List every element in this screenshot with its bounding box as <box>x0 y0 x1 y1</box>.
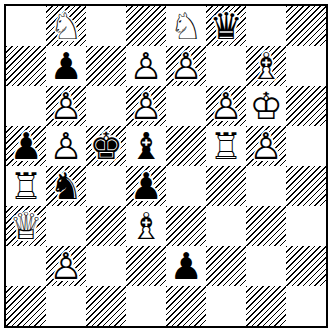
chess-diagram: ♞♘♞♘♛♛♟♟♟♙♟♙♝♗♟♙♟♙♟♙♚♔♟♟♟♙♚♚♝♝♜♖♟♙♜♖♞♞♟♟… <box>0 0 332 332</box>
square-d2[interactable] <box>126 246 166 286</box>
white-pawn-piece[interactable]: ♟♙ <box>46 86 86 126</box>
square-h4[interactable] <box>286 166 326 206</box>
black-bishop-glyph: ♝ <box>126 126 166 166</box>
white-pawn-piece[interactable]: ♟♙ <box>166 46 206 86</box>
white-pawn-glyph: ♙ <box>46 246 86 286</box>
white-pawn-piece[interactable]: ♟♙ <box>206 86 246 126</box>
square-a1[interactable] <box>6 286 46 326</box>
white-king-piece[interactable]: ♚♔ <box>246 86 286 126</box>
white-pawn-glyph: ♙ <box>206 86 246 126</box>
black-pawn-piece[interactable]: ♟♟ <box>6 126 46 166</box>
black-pawn-glyph: ♟ <box>46 46 86 86</box>
square-f4[interactable] <box>206 166 246 206</box>
white-pawn-piece[interactable]: ♟♙ <box>46 246 86 286</box>
square-c8[interactable] <box>86 6 126 46</box>
square-g3[interactable] <box>246 206 286 246</box>
white-rook-glyph: ♖ <box>206 126 246 166</box>
square-a5[interactable]: ♟♟ <box>6 126 46 166</box>
white-rook-piece[interactable]: ♜♖ <box>6 166 46 206</box>
square-g5[interactable]: ♟♙ <box>246 126 286 166</box>
white-rook-piece[interactable]: ♜♖ <box>206 126 246 166</box>
square-c2[interactable] <box>86 246 126 286</box>
square-a2[interactable] <box>6 246 46 286</box>
white-bishop-glyph: ♗ <box>126 206 166 246</box>
square-f8[interactable]: ♛♛ <box>206 6 246 46</box>
black-king-glyph: ♚ <box>86 126 126 166</box>
square-c4[interactable] <box>86 166 126 206</box>
square-a8[interactable] <box>6 6 46 46</box>
square-e2[interactable]: ♟♟ <box>166 246 206 286</box>
square-h2[interactable] <box>286 246 326 286</box>
square-c3[interactable] <box>86 206 126 246</box>
black-pawn-piece[interactable]: ♟♟ <box>46 46 86 86</box>
square-b5[interactable]: ♟♙ <box>46 126 86 166</box>
black-pawn-glyph: ♟ <box>6 126 46 166</box>
white-queen-piece[interactable]: ♛♕ <box>6 206 46 246</box>
square-f5[interactable]: ♜♖ <box>206 126 246 166</box>
square-f3[interactable] <box>206 206 246 246</box>
chess-board: ♞♘♞♘♛♛♟♟♟♙♟♙♝♗♟♙♟♙♟♙♚♔♟♟♟♙♚♚♝♝♜♖♟♙♜♖♞♞♟♟… <box>6 6 326 326</box>
black-knight-piece[interactable]: ♞♞ <box>46 166 86 206</box>
black-queen-piece[interactable]: ♛♛ <box>206 6 246 46</box>
square-a4[interactable]: ♜♖ <box>6 166 46 206</box>
square-b4[interactable]: ♞♞ <box>46 166 86 206</box>
white-knight-glyph: ♘ <box>166 6 206 46</box>
square-b3[interactable] <box>46 206 86 246</box>
white-queen-glyph: ♕ <box>6 206 46 246</box>
square-e7[interactable]: ♟♙ <box>166 46 206 86</box>
white-pawn-glyph: ♙ <box>126 86 166 126</box>
white-pawn-glyph: ♙ <box>166 46 206 86</box>
square-g6[interactable]: ♚♔ <box>246 86 286 126</box>
white-bishop-piece[interactable]: ♝♗ <box>246 46 286 86</box>
square-d4[interactable]: ♟♟ <box>126 166 166 206</box>
square-f6[interactable]: ♟♙ <box>206 86 246 126</box>
square-g2[interactable] <box>246 246 286 286</box>
square-e4[interactable] <box>166 166 206 206</box>
square-a3[interactable]: ♛♕ <box>6 206 46 246</box>
white-knight-piece[interactable]: ♞♘ <box>166 6 206 46</box>
black-bishop-piece[interactable]: ♝♝ <box>126 126 166 166</box>
white-pawn-piece[interactable]: ♟♙ <box>126 46 166 86</box>
square-b1[interactable] <box>46 286 86 326</box>
square-h7[interactable] <box>286 46 326 86</box>
white-pawn-piece[interactable]: ♟♙ <box>246 126 286 166</box>
square-e6[interactable] <box>166 86 206 126</box>
white-pawn-piece[interactable]: ♟♙ <box>46 126 86 166</box>
square-c6[interactable] <box>86 86 126 126</box>
square-e1[interactable] <box>166 286 206 326</box>
square-b7[interactable]: ♟♟ <box>46 46 86 86</box>
square-c1[interactable] <box>86 286 126 326</box>
square-f2[interactable] <box>206 246 246 286</box>
square-g4[interactable] <box>246 166 286 206</box>
square-d1[interactable] <box>126 286 166 326</box>
square-b6[interactable]: ♟♙ <box>46 86 86 126</box>
square-b8[interactable]: ♞♘ <box>46 6 86 46</box>
square-h8[interactable] <box>286 6 326 46</box>
square-d8[interactable] <box>126 6 166 46</box>
white-pawn-glyph: ♙ <box>46 86 86 126</box>
black-pawn-piece[interactable]: ♟♟ <box>126 166 166 206</box>
square-g7[interactable]: ♝♗ <box>246 46 286 86</box>
white-bishop-piece[interactable]: ♝♗ <box>126 206 166 246</box>
square-h3[interactable] <box>286 206 326 246</box>
black-pawn-glyph: ♟ <box>166 246 206 286</box>
square-a6[interactable] <box>6 86 46 126</box>
white-pawn-glyph: ♙ <box>246 126 286 166</box>
square-e5[interactable] <box>166 126 206 166</box>
square-h1[interactable] <box>286 286 326 326</box>
square-c5[interactable]: ♚♚ <box>86 126 126 166</box>
white-king-glyph: ♔ <box>246 86 286 126</box>
square-e8[interactable]: ♞♘ <box>166 6 206 46</box>
square-a7[interactable] <box>6 46 46 86</box>
square-f1[interactable] <box>206 286 246 326</box>
square-e3[interactable] <box>166 206 206 246</box>
square-g8[interactable] <box>246 6 286 46</box>
square-g1[interactable] <box>246 286 286 326</box>
square-d5[interactable]: ♝♝ <box>126 126 166 166</box>
white-pawn-glyph: ♙ <box>46 126 86 166</box>
square-d6[interactable]: ♟♙ <box>126 86 166 126</box>
white-rook-glyph: ♖ <box>6 166 46 206</box>
square-d7[interactable]: ♟♙ <box>126 46 166 86</box>
black-knight-glyph: ♞ <box>46 166 86 206</box>
square-h6[interactable] <box>286 86 326 126</box>
board-frame: ♞♘♞♘♛♛♟♟♟♙♟♙♝♗♟♙♟♙♟♙♚♔♟♟♟♙♚♚♝♝♜♖♟♙♜♖♞♞♟♟… <box>4 4 328 328</box>
white-pawn-glyph: ♙ <box>126 46 166 86</box>
black-queen-glyph: ♛ <box>206 6 246 46</box>
black-king-piece[interactable]: ♚♚ <box>86 126 126 166</box>
white-pawn-piece[interactable]: ♟♙ <box>126 86 166 126</box>
black-pawn-glyph: ♟ <box>126 166 166 206</box>
square-f7[interactable] <box>206 46 246 86</box>
white-knight-piece[interactable]: ♞♘ <box>46 6 86 46</box>
white-bishop-glyph: ♗ <box>246 46 286 86</box>
square-d3[interactable]: ♝♗ <box>126 206 166 246</box>
square-c7[interactable] <box>86 46 126 86</box>
white-knight-glyph: ♘ <box>46 6 86 46</box>
square-b2[interactable]: ♟♙ <box>46 246 86 286</box>
black-pawn-piece[interactable]: ♟♟ <box>166 246 206 286</box>
square-h5[interactable] <box>286 126 326 166</box>
